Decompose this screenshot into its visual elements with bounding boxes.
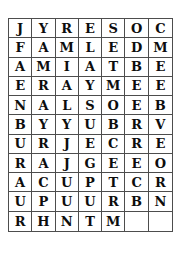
grid-cell[interactable]: N <box>9 96 32 115</box>
word-search-grid: JYRESOCFAMLEDMAMIATBEERAYMEENALSOEBBYYUB… <box>8 18 173 232</box>
grid-cell[interactable]: A <box>56 77 79 96</box>
grid-cell[interactable]: R <box>102 192 125 211</box>
worksheet-page: JYRESOCFAMLEDMAMIATBEERAYMEENALSOEBBYYUB… <box>0 0 180 255</box>
grid-cell[interactable]: U <box>9 192 32 211</box>
grid-cell[interactable]: O <box>102 96 125 115</box>
grid-cell[interactable]: B <box>125 58 148 77</box>
grid-cell[interactable]: A <box>9 58 32 77</box>
grid-cell[interactable]: U <box>9 135 32 154</box>
grid-cell[interactable]: A <box>32 38 55 57</box>
grid-cell[interactable]: M <box>32 58 55 77</box>
grid-cell[interactable]: M <box>102 212 125 231</box>
grid-cell[interactable]: E <box>149 135 172 154</box>
grid-cell[interactable]: S <box>102 19 125 38</box>
grid-cell[interactable]: R <box>125 135 148 154</box>
grid-cell[interactable]: M <box>149 38 172 57</box>
grid-cell[interactable]: L <box>56 96 79 115</box>
grid-cell[interactable]: G <box>79 154 102 173</box>
grid-cell[interactable]: E <box>79 135 102 154</box>
grid-cell[interactable]: A <box>32 154 55 173</box>
grid-cell[interactable]: R <box>125 115 148 134</box>
grid-cell[interactable]: I <box>56 58 79 77</box>
grid-cell[interactable]: F <box>9 38 32 57</box>
grid-cell[interactable]: C <box>102 135 125 154</box>
grid-cell[interactable]: E <box>125 154 148 173</box>
grid-cell[interactable]: E <box>125 96 148 115</box>
grid-cell[interactable]: R <box>32 77 55 96</box>
grid-cell[interactable]: P <box>79 173 102 192</box>
grid-cell[interactable]: R <box>9 154 32 173</box>
grid-cell[interactable]: Y <box>32 115 55 134</box>
grid-cell[interactable]: T <box>102 173 125 192</box>
grid-cell[interactable]: E <box>102 154 125 173</box>
grid-cell[interactable]: S <box>79 96 102 115</box>
grid-cell[interactable]: R <box>149 173 172 192</box>
grid-cell[interactable]: U <box>79 192 102 211</box>
grid-cell[interactable]: B <box>149 96 172 115</box>
grid-cell[interactable]: E <box>149 77 172 96</box>
grid-cell[interactable]: B <box>125 192 148 211</box>
grid-cell[interactable]: B <box>9 115 32 134</box>
grid-cell[interactable]: Y <box>56 115 79 134</box>
grid-cell[interactable]: R <box>56 19 79 38</box>
grid-cell[interactable]: O <box>149 154 172 173</box>
grid-cell[interactable]: U <box>79 115 102 134</box>
grid-cell[interactable]: T <box>79 212 102 231</box>
grid-cell[interactable]: C <box>149 19 172 38</box>
grid-cell[interactable]: T <box>102 58 125 77</box>
grid-cell[interactable]: Y <box>32 19 55 38</box>
grid-cell[interactable]: E <box>79 19 102 38</box>
grid-cell[interactable]: E <box>9 77 32 96</box>
grid-cell[interactable]: E <box>102 38 125 57</box>
grid-cell[interactable]: A <box>32 96 55 115</box>
grid-cell[interactable]: J <box>9 19 32 38</box>
grid-cell[interactable]: A <box>9 173 32 192</box>
grid-cell[interactable]: M <box>102 77 125 96</box>
grid-cell[interactable]: A <box>79 58 102 77</box>
grid-cell[interactable] <box>149 212 172 231</box>
grid-cell[interactable]: P <box>32 192 55 211</box>
grid-cell[interactable]: J <box>56 154 79 173</box>
grid-cell[interactable]: C <box>125 173 148 192</box>
grid-cell[interactable]: R <box>9 212 32 231</box>
grid-cell[interactable]: B <box>102 115 125 134</box>
grid-cell[interactable]: R <box>32 135 55 154</box>
grid-cell[interactable]: M <box>56 38 79 57</box>
grid-cell[interactable]: Y <box>79 77 102 96</box>
grid-cell[interactable]: H <box>32 212 55 231</box>
grid-cell[interactable] <box>125 212 148 231</box>
grid-cell[interactable]: E <box>149 58 172 77</box>
grid-cell[interactable]: U <box>56 173 79 192</box>
grid-cell[interactable]: N <box>56 212 79 231</box>
grid-cell[interactable]: C <box>32 173 55 192</box>
grid-cell[interactable]: U <box>56 192 79 211</box>
grid-cell[interactable]: N <box>149 192 172 211</box>
grid-cell[interactable]: O <box>125 19 148 38</box>
grid-cell[interactable]: V <box>149 115 172 134</box>
grid-cell[interactable]: L <box>79 38 102 57</box>
grid-cell[interactable]: E <box>125 77 148 96</box>
grid-cell[interactable]: J <box>56 135 79 154</box>
grid-cell[interactable]: D <box>125 38 148 57</box>
